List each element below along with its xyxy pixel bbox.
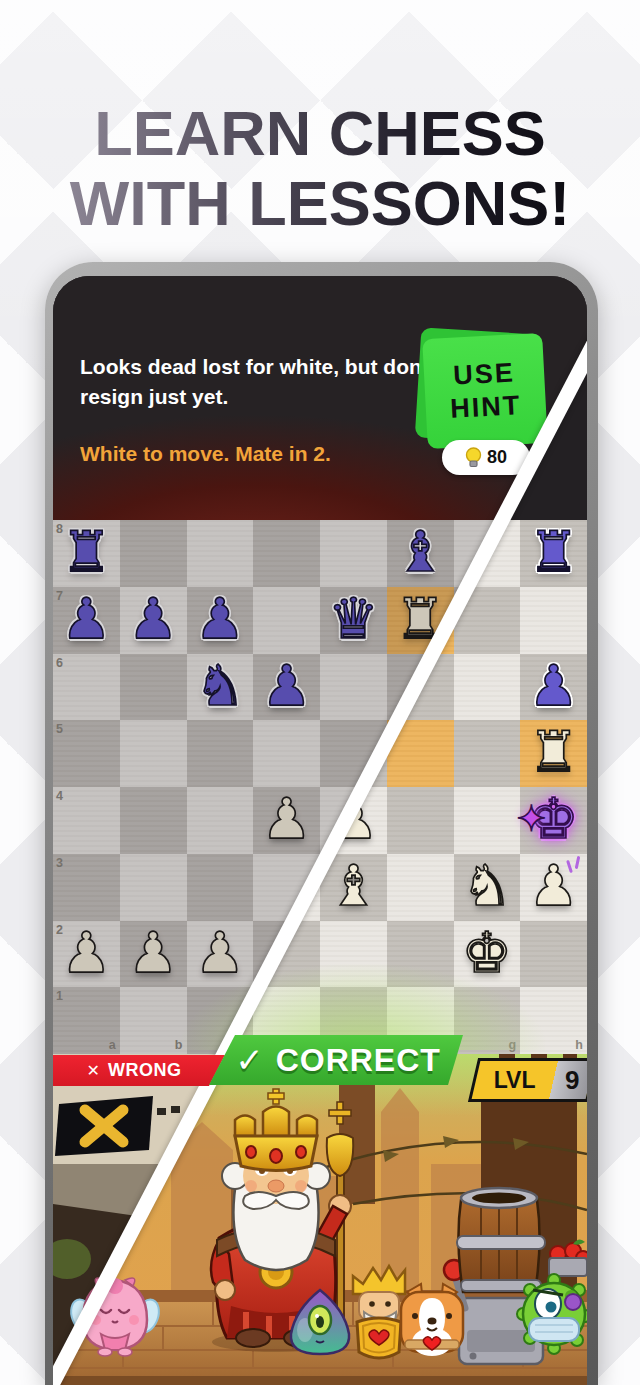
rank-label-6: 6 [56,656,63,670]
square-a6[interactable]: 6 [53,654,120,721]
square-b6[interactable] [120,654,187,721]
white-pawn[interactable]: ♟ [53,921,120,985]
white-pawn[interactable]: ♟ [120,921,187,985]
square-a1[interactable]: 1a [53,987,120,1054]
black-bishop[interactable]: ♝ [387,520,454,584]
hint-label-line1: USE [453,357,516,391]
file-label-a: a [109,1038,116,1052]
ground-front-strip [53,1376,587,1385]
white-rook[interactable]: ♜ [520,720,587,784]
square-g4[interactable] [454,787,521,854]
square-c5[interactable] [187,720,254,787]
hint-cost-badge: 80 [442,440,530,475]
square-e6[interactable] [320,654,387,721]
square-b4[interactable] [120,787,187,854]
square-a3[interactable]: 3 [53,854,120,921]
hint-button-card[interactable]: USE HINT [422,333,548,449]
corgi-character [401,1284,463,1356]
correct-label: CORRECT [276,1042,441,1079]
wrong-label: WRONG [108,1060,182,1081]
white-pawn[interactable]: ♟ [253,787,320,851]
black-pawn[interactable]: ♟ [253,654,320,718]
square-b8[interactable] [120,520,187,587]
square-h7[interactable] [520,587,587,654]
square-d5[interactable] [253,720,320,787]
square-b5[interactable] [120,720,187,787]
black-knight[interactable]: ♞ [187,654,254,718]
black-king[interactable]: ♚✦ [520,787,587,851]
virus-character [517,1274,587,1354]
level-label: LVL [476,1067,554,1094]
file-label-h: h [575,1038,583,1052]
phone-mockup: Looks dead lost for white, but don't res… [45,262,598,1385]
stun-burst-icon: ✦ [516,787,546,851]
black-pawn[interactable]: ♟ [187,587,254,651]
use-hint-button[interactable]: USE HINT [425,336,545,450]
x-icon: ✕ [87,1061,100,1080]
black-rook[interactable]: ♜ [520,520,587,584]
square-b3[interactable] [120,854,187,921]
correct-banner: ✓ CORRECT [209,1035,467,1085]
black-queen[interactable]: ♛ [320,587,387,651]
level-badge: LVL 9 [468,1058,587,1102]
title-line2: WITH LESSONS! [70,168,571,238]
title-line1: LEARN CHESS [94,98,546,168]
square-f4[interactable] [387,787,454,854]
square-d7[interactable] [253,587,320,654]
virus-mask [529,1318,579,1341]
rank-label-4: 4 [56,789,63,803]
hint-cost-value: 80 [487,447,507,468]
level-value: 9 [554,1065,587,1096]
lesson-header: Looks dead lost for white, but don't res… [53,276,587,520]
hint-label-line2: HINT [450,390,523,425]
square-c4[interactable] [187,787,254,854]
white-knight[interactable]: ♞ [454,854,521,918]
black-pawn[interactable]: ♟ [120,587,187,651]
square-g5[interactable] [454,720,521,787]
square-b1[interactable]: b [120,987,187,1054]
black-rook[interactable]: ♜ [53,520,120,584]
lesson-task: White to move. Mate in 2. [80,442,331,466]
wrong-banner: ✕ WRONG [53,1055,229,1086]
check-icon: ✓ [235,1040,264,1080]
black-pawn[interactable]: ♟ [53,587,120,651]
prompt-line2: resign just yet. [80,385,228,408]
square-d8[interactable] [253,520,320,587]
page-title: LEARN CHESSWITH LESSONS! [0,98,640,238]
square-c3[interactable] [187,854,254,921]
lightbulb-icon [465,447,482,469]
square-f3[interactable] [387,854,454,921]
app-screen: Looks dead lost for white, but don't res… [53,276,587,1385]
rank-label-1: 1 [56,989,63,1003]
square-e8[interactable] [320,520,387,587]
square-a5[interactable]: 5 [53,720,120,787]
prompt-line1: Looks dead lost for white, but don't [80,355,434,378]
square-g6[interactable] [454,654,521,721]
square-a4[interactable]: 4 [53,787,120,854]
lesson-prompt: Looks dead lost for white, but don't res… [80,352,434,412]
rank-label-5: 5 [56,722,63,736]
black-pawn[interactable]: ♟ [520,654,587,718]
square-c8[interactable] [187,520,254,587]
rank-label-3: 3 [56,856,63,870]
